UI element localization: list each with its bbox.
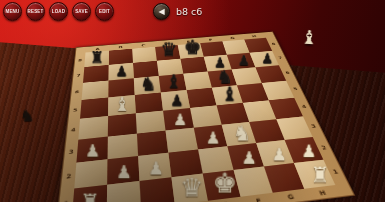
piece-black-queen-d8[interactable]: ♛: [160, 41, 176, 59]
undo-button[interactable]: ◀: [153, 3, 170, 20]
last-move-text: b8 c6: [176, 6, 202, 17]
square-e1[interactable]: ♚: [203, 170, 241, 201]
toolbar-button-reset[interactable]: RESET: [26, 2, 45, 21]
square-d8[interactable]: ♛: [155, 45, 180, 61]
captured-black-knight: ♞: [19, 108, 34, 125]
toolbar-button-menu[interactable]: MENU: [3, 2, 22, 21]
piece-black-pawn-g7[interactable]: ♟: [237, 54, 249, 67]
square-c6[interactable]: ♞: [134, 76, 161, 95]
square-b2[interactable]: ♟: [107, 156, 139, 185]
piece-white-queen-d1[interactable]: ♛: [180, 176, 203, 202]
rank-label-left-1: 1: [57, 188, 74, 202]
piece-black-bishop-f5[interactable]: ♝: [221, 85, 238, 104]
square-a4[interactable]: [78, 116, 108, 140]
captured-white-bishop: ♝: [301, 28, 319, 48]
piece-white-rook-a1[interactable]: ♜: [79, 191, 99, 202]
piece-white-pawn-c2[interactable]: ♟: [147, 160, 163, 178]
square-c1[interactable]: [140, 177, 175, 202]
piece-white-rook-h1[interactable]: ♜: [310, 164, 329, 186]
piece-black-pawn-d5[interactable]: ♟: [170, 94, 183, 109]
piece-black-king-e8[interactable]: ♚: [183, 38, 200, 57]
piece-white-pawn-f2[interactable]: ♟: [241, 150, 256, 167]
toolbar-button-edit[interactable]: EDIT: [95, 2, 114, 21]
piece-black-pawn-h7[interactable]: ♟: [261, 52, 273, 65]
toolbar-button-load[interactable]: LOAD: [49, 2, 68, 21]
rank-label-right-3: 3: [303, 115, 324, 137]
app-window: ABCDEFGH8♜♛♚87♟♟♟♟76♞♝♞65♝♟♝54♟43♟♟♞32♟♟…: [0, 0, 385, 202]
square-a2[interactable]: [74, 159, 107, 188]
piece-white-king-e1[interactable]: ♚: [212, 170, 236, 197]
square-c5[interactable]: [135, 93, 163, 114]
piece-white-knight-f3[interactable]: ♞: [232, 123, 251, 144]
square-a6[interactable]: [82, 80, 109, 99]
piece-white-pawn-g2[interactable]: ♟: [271, 147, 286, 164]
square-f5[interactable]: ♝: [212, 85, 243, 105]
square-d6[interactable]: ♝: [159, 74, 187, 93]
square-b4[interactable]: [108, 113, 137, 136]
toolbar: MENURESETLOADSAVEEDIT: [3, 2, 114, 21]
board-scene: ABCDEFGH8♜♛♚87♟♟♟♟76♞♝♞65♝♟♝54♟43♟♟♞32♟♟…: [0, 0, 385, 202]
chess-board: ABCDEFGH8♜♛♚87♟♟♟♟76♞♝♞65♝♟♝54♟43♟♟♞32♟♟…: [55, 31, 356, 202]
square-c2[interactable]: ♟: [138, 153, 171, 181]
piece-black-rook-a8[interactable]: ♜: [89, 49, 103, 65]
piece-black-knight-c6[interactable]: ♞: [140, 75, 156, 93]
piece-white-pawn-a3[interactable]: ♟: [84, 143, 99, 160]
square-e8[interactable]: ♚: [178, 43, 204, 59]
piece-white-pawn-e3[interactable]: ♟: [205, 130, 220, 146]
piece-white-bishop-b5[interactable]: ♝: [113, 95, 130, 114]
toolbar-button-save[interactable]: SAVE: [72, 2, 91, 21]
rank-label-left-6: 6: [71, 83, 83, 101]
square-f1[interactable]: [234, 167, 273, 197]
piece-black-pawn-b7[interactable]: ♟: [115, 65, 127, 79]
square-f3[interactable]: ♞: [222, 122, 257, 146]
square-b7[interactable]: ♟: [109, 63, 134, 81]
square-d1[interactable]: ♛: [171, 174, 208, 202]
piece-black-bishop-d6[interactable]: ♝: [165, 72, 181, 90]
square-a1[interactable]: ♜: [72, 185, 107, 202]
square-b3[interactable]: [108, 134, 139, 160]
piece-white-pawn-d4[interactable]: ♟: [173, 113, 187, 129]
move-display: ◀ b8 c6: [153, 3, 202, 20]
square-b1[interactable]: [107, 181, 141, 202]
square-a7[interactable]: [83, 65, 109, 83]
piece-white-pawn-b2[interactable]: ♟: [115, 164, 131, 182]
piece-white-pawn-h2[interactable]: ♟: [301, 143, 316, 160]
square-e3[interactable]: ♟: [194, 125, 228, 150]
